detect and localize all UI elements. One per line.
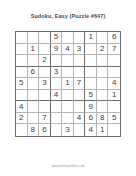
sudoku-cell-r8c6[interactable]: 4 [74,113,86,125]
sudoku-cell-r5c1[interactable]: 5 [16,78,28,90]
sudoku-cell-r2c6[interactable]: 3 [74,44,86,56]
sudoku-cell-r5c8[interactable] [97,78,109,90]
sudoku-cell-r9c1[interactable] [16,124,28,136]
sudoku-cell-r9c3[interactable]: 6 [39,124,51,136]
sudoku-cell-r1c8[interactable] [97,32,109,44]
sudoku-cell-r6c2[interactable] [28,90,40,102]
sudoku-cell-r7c9[interactable] [108,101,120,113]
sudoku-cell-r6c9[interactable]: 1 [108,90,120,102]
puzzle-page: Sudoku, Easy (Puzzle #647) 5161943272635… [0,0,136,176]
sudoku-cell-r5c6[interactable]: 7 [74,78,86,90]
sudoku-cell-r5c9[interactable]: 4 [108,78,120,90]
sudoku-cell-r2c3[interactable] [39,44,51,56]
sudoku-cell-r5c7[interactable] [85,78,97,90]
sudoku-cell-r3c6[interactable] [74,55,86,67]
sudoku-cell-r4c7[interactable] [85,67,97,79]
sudoku-cell-r1c3[interactable] [39,32,51,44]
sudoku-cell-r1c1[interactable] [16,32,28,44]
sudoku-cell-r2c5[interactable]: 4 [62,44,74,56]
sudoku-cell-r7c7[interactable]: 9 [85,101,97,113]
footer-url: www.printmysudoku.com [0,164,136,168]
sudoku-cell-r4c3[interactable] [39,67,51,79]
sudoku-cell-r4c2[interactable]: 6 [28,67,40,79]
sudoku-cell-r6c5[interactable] [62,90,74,102]
sudoku-cell-r3c3[interactable]: 2 [39,55,51,67]
sudoku-cell-r8c5[interactable] [62,113,74,125]
sudoku-cell-r6c3[interactable] [39,90,51,102]
sudoku-cell-r6c6[interactable] [74,90,86,102]
sudoku-cell-r7c5[interactable] [62,101,74,113]
sudoku-cell-r8c7[interactable]: 6 [85,113,97,125]
sudoku-board: 516194327263531744514927468586341 [15,31,121,137]
sudoku-cell-r2c1[interactable] [16,44,28,56]
sudoku-cell-r3c5[interactable] [62,55,74,67]
sudoku-cell-r7c8[interactable] [97,101,109,113]
sudoku-cell-r7c6[interactable] [74,101,86,113]
sudoku-cell-r9c7[interactable]: 4 [85,124,97,136]
sudoku-cell-r4c5[interactable] [62,67,74,79]
puzzle-title: Sudoku, Easy (Puzzle #647) [0,13,136,19]
sudoku-cell-r6c7[interactable]: 5 [85,90,97,102]
sudoku-cell-r9c6[interactable] [74,124,86,136]
sudoku-cell-r9c9[interactable] [108,124,120,136]
sudoku-cell-r4c4[interactable]: 3 [51,67,63,79]
sudoku-cell-r4c9[interactable] [108,67,120,79]
sudoku-cell-r1c5[interactable] [62,32,74,44]
sudoku-cell-r3c9[interactable] [108,55,120,67]
sudoku-cell-r9c4[interactable] [51,124,63,136]
sudoku-cell-r6c1[interactable] [16,90,28,102]
sudoku-cell-r7c2[interactable] [28,101,40,113]
sudoku-cell-r8c2[interactable] [28,113,40,125]
sudoku-cell-r5c5[interactable]: 1 [62,78,74,90]
sudoku-cell-r4c6[interactable] [74,67,86,79]
sudoku-cell-r8c8[interactable]: 8 [97,113,109,125]
sudoku-cell-r5c4[interactable] [51,78,63,90]
sudoku-cell-r3c4[interactable] [51,55,63,67]
sudoku-cell-r6c8[interactable] [97,90,109,102]
sudoku-cell-r8c3[interactable]: 7 [39,113,51,125]
sudoku-cell-r2c2[interactable]: 1 [28,44,40,56]
sudoku-cell-r8c1[interactable]: 2 [16,113,28,125]
sudoku-cell-r7c4[interactable] [51,101,63,113]
sudoku-cell-r1c4[interactable]: 5 [51,32,63,44]
sudoku-cell-r6c4[interactable]: 4 [51,90,63,102]
sudoku-cell-r9c8[interactable]: 1 [97,124,109,136]
sudoku-cell-r9c5[interactable]: 3 [62,124,74,136]
sudoku-cell-r3c8[interactable] [97,55,109,67]
sudoku-cell-r2c8[interactable]: 2 [97,44,109,56]
sudoku-cell-r2c4[interactable]: 9 [51,44,63,56]
sudoku-cell-r9c2[interactable]: 8 [28,124,40,136]
sudoku-cell-r4c8[interactable] [97,67,109,79]
sudoku-cell-r3c7[interactable] [85,55,97,67]
sudoku-cell-r5c3[interactable]: 3 [39,78,51,90]
sudoku-cell-r1c2[interactable] [28,32,40,44]
sudoku-cell-r1c9[interactable]: 6 [108,32,120,44]
sudoku-cell-r2c7[interactable] [85,44,97,56]
sudoku-cell-r8c9[interactable]: 5 [108,113,120,125]
sudoku-cell-r1c7[interactable]: 1 [85,32,97,44]
sudoku-cell-r7c3[interactable] [39,101,51,113]
sudoku-cell-r5c2[interactable] [28,78,40,90]
sudoku-cell-r8c4[interactable] [51,113,63,125]
sudoku-cell-r1c6[interactable] [74,32,86,44]
sudoku-cell-r7c1[interactable]: 4 [16,101,28,113]
sudoku-cell-r2c9[interactable]: 7 [108,44,120,56]
sudoku-cell-r4c1[interactable] [16,67,28,79]
sudoku-cell-r3c1[interactable] [16,55,28,67]
sudoku-cell-r3c2[interactable] [28,55,40,67]
